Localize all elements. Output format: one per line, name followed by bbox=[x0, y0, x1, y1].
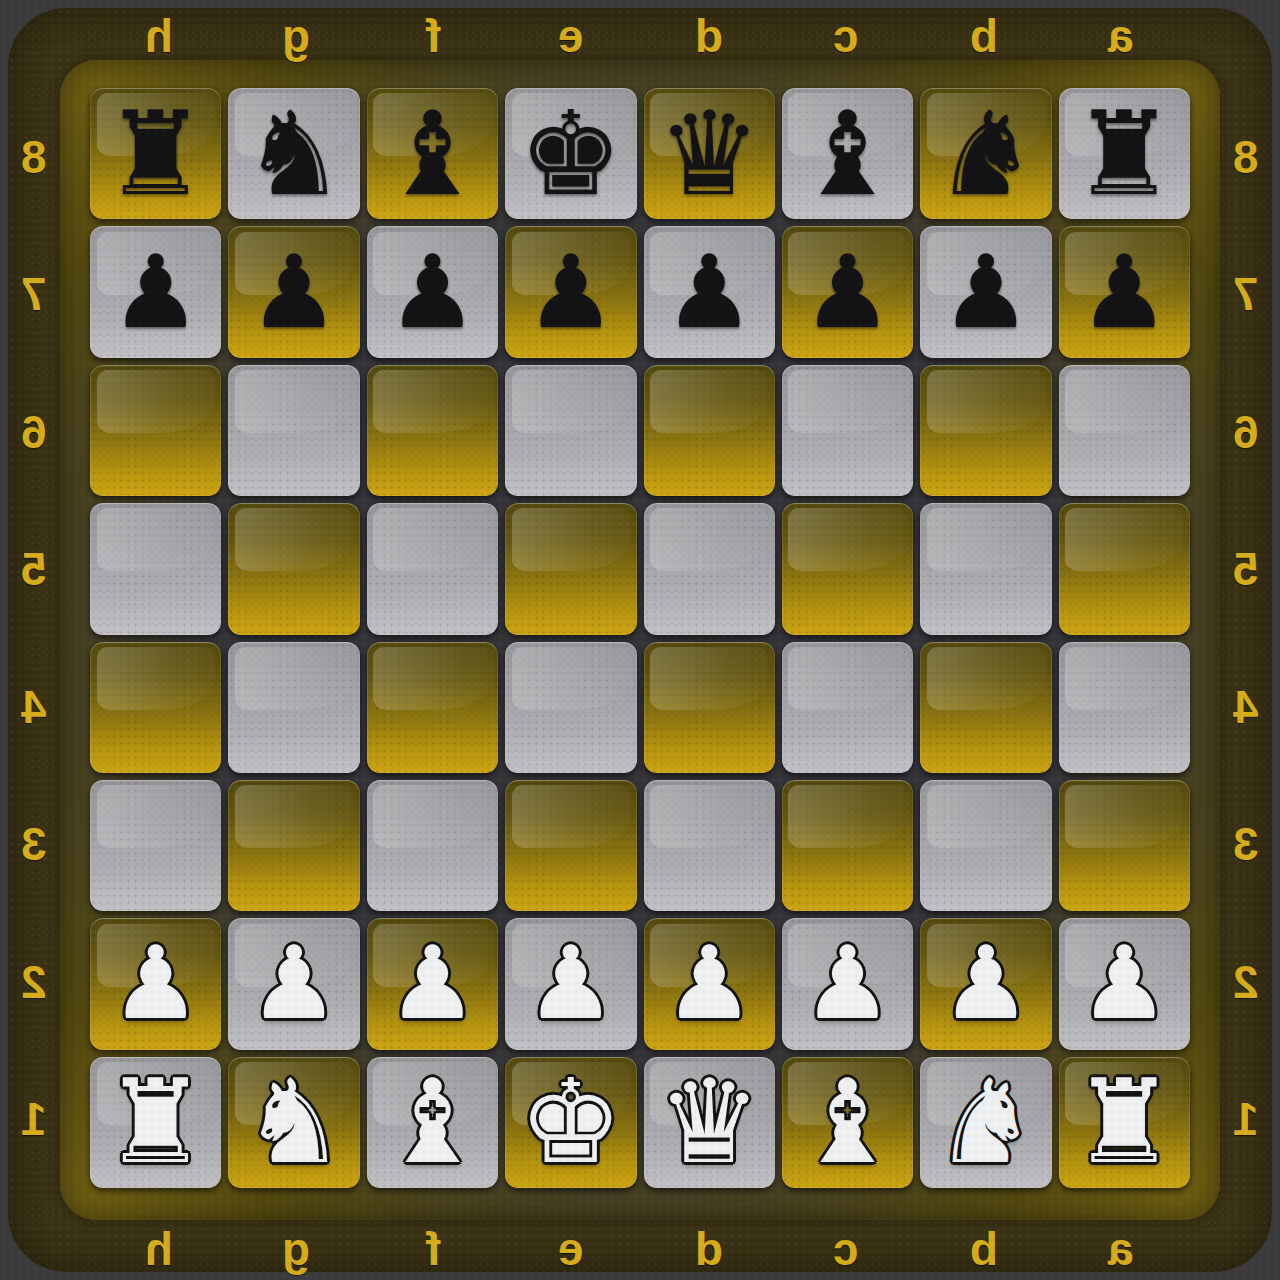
square-a3[interactable] bbox=[1059, 780, 1190, 911]
piece-white-rook: ♜ bbox=[1059, 1057, 1190, 1188]
rank-label-4: 4 bbox=[10, 638, 58, 776]
square-h6[interactable] bbox=[90, 365, 221, 496]
piece-black-pawn: ♟ bbox=[920, 226, 1051, 357]
piece-black-pawn: ♟ bbox=[1059, 226, 1190, 357]
square-g1[interactable]: ♞ bbox=[228, 1057, 359, 1188]
square-e4[interactable] bbox=[505, 642, 636, 773]
rank-labels-right: 87654321 bbox=[1222, 88, 1270, 1188]
piece-black-pawn: ♟ bbox=[90, 226, 221, 357]
square-c8[interactable]: ♝ bbox=[782, 88, 913, 219]
file-label-d: d bbox=[640, 9, 778, 63]
piece-white-queen: ♛ bbox=[644, 1057, 775, 1188]
piece-white-pawn: ♟ bbox=[920, 918, 1051, 1049]
square-h8[interactable]: ♜ bbox=[90, 88, 221, 219]
piece-white-bishop: ♝ bbox=[367, 1057, 498, 1188]
square-g4[interactable] bbox=[228, 642, 359, 773]
square-g3[interactable] bbox=[228, 780, 359, 911]
piece-black-pawn: ♟ bbox=[228, 226, 359, 357]
file-label-g: g bbox=[228, 1222, 366, 1276]
square-b6[interactable] bbox=[920, 365, 1051, 496]
rank-label-5: 5 bbox=[1222, 501, 1270, 639]
square-d6[interactable] bbox=[644, 365, 775, 496]
rank-label-5: 5 bbox=[10, 501, 58, 639]
rank-label-7: 7 bbox=[1222, 226, 1270, 364]
file-label-d: d bbox=[640, 1222, 778, 1276]
file-label-a: a bbox=[1053, 1222, 1191, 1276]
rank-label-2: 2 bbox=[10, 913, 58, 1051]
file-label-a: a bbox=[1053, 9, 1191, 63]
square-b3[interactable] bbox=[920, 780, 1051, 911]
file-label-b: b bbox=[915, 1222, 1053, 1276]
file-label-b: b bbox=[915, 9, 1053, 63]
square-h5[interactable] bbox=[90, 503, 221, 634]
square-d5[interactable] bbox=[644, 503, 775, 634]
square-g2[interactable]: ♟ bbox=[228, 918, 359, 1049]
file-label-c: c bbox=[778, 9, 916, 63]
rank-label-7: 7 bbox=[10, 226, 58, 364]
square-a8[interactable]: ♜ bbox=[1059, 88, 1190, 219]
square-e1[interactable]: ♚ bbox=[505, 1057, 636, 1188]
square-g5[interactable] bbox=[228, 503, 359, 634]
file-label-e: e bbox=[503, 1222, 641, 1276]
rank-label-3: 3 bbox=[1222, 776, 1270, 914]
piece-black-pawn: ♟ bbox=[782, 226, 913, 357]
piece-black-rook: ♜ bbox=[1059, 88, 1190, 219]
file-label-f: f bbox=[365, 1222, 503, 1276]
piece-white-pawn: ♟ bbox=[90, 918, 221, 1049]
piece-white-pawn: ♟ bbox=[782, 918, 913, 1049]
square-a6[interactable] bbox=[1059, 365, 1190, 496]
rank-label-8: 8 bbox=[1222, 88, 1270, 226]
piece-black-queen: ♛ bbox=[644, 88, 775, 219]
file-label-g: g bbox=[228, 9, 366, 63]
square-h3[interactable] bbox=[90, 780, 221, 911]
rank-label-6: 6 bbox=[1222, 363, 1270, 501]
piece-white-pawn: ♟ bbox=[367, 918, 498, 1049]
square-d4[interactable] bbox=[644, 642, 775, 773]
piece-black-rook: ♜ bbox=[90, 88, 221, 219]
square-e2[interactable]: ♟ bbox=[505, 918, 636, 1049]
square-g6[interactable] bbox=[228, 365, 359, 496]
square-b2[interactable]: ♟ bbox=[920, 918, 1051, 1049]
square-a4[interactable] bbox=[1059, 642, 1190, 773]
piece-white-pawn: ♟ bbox=[1059, 918, 1190, 1049]
rank-label-4: 4 bbox=[1222, 638, 1270, 776]
square-b8[interactable]: ♞ bbox=[920, 88, 1051, 219]
file-labels-bottom: hgfedcba bbox=[90, 1222, 1190, 1270]
piece-black-pawn: ♟ bbox=[367, 226, 498, 357]
rank-label-6: 6 bbox=[10, 363, 58, 501]
square-f1[interactable]: ♝ bbox=[367, 1057, 498, 1188]
rank-label-8: 8 bbox=[10, 88, 58, 226]
square-b4[interactable] bbox=[920, 642, 1051, 773]
square-c2[interactable]: ♟ bbox=[782, 918, 913, 1049]
square-a5[interactable] bbox=[1059, 503, 1190, 634]
piece-white-king: ♚ bbox=[505, 1057, 636, 1188]
piece-black-bishop: ♝ bbox=[782, 88, 913, 219]
piece-white-pawn: ♟ bbox=[228, 918, 359, 1049]
square-c5[interactable] bbox=[782, 503, 913, 634]
square-c4[interactable] bbox=[782, 642, 913, 773]
square-c6[interactable] bbox=[782, 365, 913, 496]
file-label-h: h bbox=[90, 1222, 228, 1276]
square-c3[interactable] bbox=[782, 780, 913, 911]
piece-white-knight: ♞ bbox=[920, 1057, 1051, 1188]
piece-black-pawn: ♟ bbox=[505, 226, 636, 357]
square-f8[interactable]: ♝ bbox=[367, 88, 498, 219]
piece-black-bishop: ♝ bbox=[367, 88, 498, 219]
square-e7[interactable]: ♟ bbox=[505, 226, 636, 357]
file-label-c: c bbox=[778, 1222, 916, 1276]
square-a1[interactable]: ♜ bbox=[1059, 1057, 1190, 1188]
rank-label-1: 1 bbox=[1222, 1051, 1270, 1189]
rank-label-3: 3 bbox=[10, 776, 58, 914]
square-b5[interactable] bbox=[920, 503, 1051, 634]
square-f3[interactable] bbox=[367, 780, 498, 911]
square-e5[interactable] bbox=[505, 503, 636, 634]
file-label-f: f bbox=[365, 9, 503, 63]
file-label-e: e bbox=[503, 9, 641, 63]
square-d7[interactable]: ♟ bbox=[644, 226, 775, 357]
square-a2[interactable]: ♟ bbox=[1059, 918, 1190, 1049]
square-b1[interactable]: ♞ bbox=[920, 1057, 1051, 1188]
square-d8[interactable]: ♛ bbox=[644, 88, 775, 219]
square-f5[interactable] bbox=[367, 503, 498, 634]
piece-white-rook: ♜ bbox=[90, 1057, 221, 1188]
piece-white-pawn: ♟ bbox=[505, 918, 636, 1049]
square-d3[interactable] bbox=[644, 780, 775, 911]
square-h7[interactable]: ♟ bbox=[90, 226, 221, 357]
chess-board: ♜♞♝♚♛♝♞♜♟♟♟♟♟♟♟♟♟♟♟♟♟♟♟♟♜♞♝♚♛♝♞♜ bbox=[90, 88, 1190, 1188]
square-c7[interactable]: ♟ bbox=[782, 226, 913, 357]
square-f2[interactable]: ♟ bbox=[367, 918, 498, 1049]
square-c1[interactable]: ♝ bbox=[782, 1057, 913, 1188]
square-b7[interactable]: ♟ bbox=[920, 226, 1051, 357]
piece-black-king: ♚ bbox=[505, 88, 636, 219]
file-labels-top: hgfedcba bbox=[90, 9, 1190, 57]
square-d1[interactable]: ♛ bbox=[644, 1057, 775, 1188]
piece-white-pawn: ♟ bbox=[644, 918, 775, 1049]
file-label-h: h bbox=[90, 9, 228, 63]
square-h1[interactable]: ♜ bbox=[90, 1057, 221, 1188]
piece-black-knight: ♞ bbox=[228, 88, 359, 219]
square-f6[interactable] bbox=[367, 365, 498, 496]
square-h4[interactable] bbox=[90, 642, 221, 773]
rank-label-1: 1 bbox=[10, 1051, 58, 1189]
square-f7[interactable]: ♟ bbox=[367, 226, 498, 357]
square-a7[interactable]: ♟ bbox=[1059, 226, 1190, 357]
square-e6[interactable] bbox=[505, 365, 636, 496]
square-f4[interactable] bbox=[367, 642, 498, 773]
square-h2[interactable]: ♟ bbox=[90, 918, 221, 1049]
piece-black-knight: ♞ bbox=[920, 88, 1051, 219]
rank-label-2: 2 bbox=[1222, 913, 1270, 1051]
square-e3[interactable] bbox=[505, 780, 636, 911]
square-d2[interactable]: ♟ bbox=[644, 918, 775, 1049]
piece-black-pawn: ♟ bbox=[644, 226, 775, 357]
piece-white-bishop: ♝ bbox=[782, 1057, 913, 1188]
square-e8[interactable]: ♚ bbox=[505, 88, 636, 219]
square-g7[interactable]: ♟ bbox=[228, 226, 359, 357]
piece-white-knight: ♞ bbox=[228, 1057, 359, 1188]
square-g8[interactable]: ♞ bbox=[228, 88, 359, 219]
rank-labels-left: 87654321 bbox=[10, 88, 58, 1188]
